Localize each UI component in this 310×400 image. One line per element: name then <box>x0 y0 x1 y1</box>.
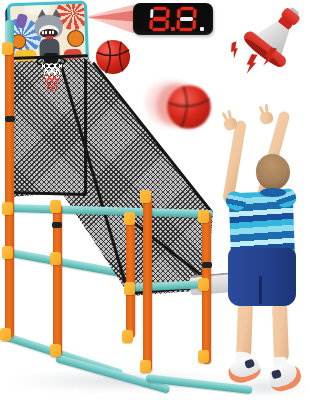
boy-leg-right <box>272 302 289 362</box>
net-strap <box>84 59 87 194</box>
frame-joint <box>50 344 61 357</box>
frame-joint <box>124 282 135 295</box>
frame-pole <box>5 46 14 338</box>
boy-shorts <box>228 248 296 306</box>
hoop-net-red <box>42 75 62 91</box>
boy-leg-left <box>236 302 253 358</box>
frame-pole <box>126 220 135 338</box>
scoreboard-digit <box>176 7 196 31</box>
frame-joint <box>124 212 135 225</box>
frame-joint <box>198 350 209 363</box>
scoreboard-digit <box>149 7 169 31</box>
boy-shoe-right <box>266 360 304 394</box>
boy-finger <box>265 104 269 112</box>
boy-finger <box>259 106 265 115</box>
art-wolf-teeth <box>42 31 56 34</box>
pole-clip <box>52 222 62 228</box>
frame-joint <box>50 252 61 265</box>
boy-shoe-left <box>225 353 263 386</box>
shoe-lace-detail <box>244 358 255 369</box>
frame-joint <box>0 328 11 341</box>
frame-pole <box>143 194 152 372</box>
shoe-lace-detail <box>271 369 282 379</box>
frame-joint <box>122 330 133 343</box>
hoop-net <box>40 64 64 91</box>
frame-joint <box>2 246 13 259</box>
pole-clip <box>202 262 212 268</box>
boy-shooting <box>216 106 310 396</box>
frame-joint <box>140 360 151 373</box>
basketball-svg <box>95 39 131 75</box>
product-photo-stage: 8.8. <box>0 0 310 400</box>
basketball-in-flight <box>166 84 212 130</box>
boy-shirt-collar <box>260 188 286 197</box>
frame-joint <box>2 42 13 55</box>
boy-finger <box>227 110 232 118</box>
frame-joint <box>198 210 209 223</box>
frame-joint <box>140 190 151 203</box>
megaphone-icon <box>238 2 308 76</box>
frame-joint <box>198 278 209 291</box>
art-basketball <box>67 30 85 48</box>
frame-joint <box>2 202 13 215</box>
scoreboard-dot <box>171 27 175 31</box>
boy-head <box>256 154 290 190</box>
frame-joint <box>50 200 61 213</box>
basketball-svg <box>166 84 212 130</box>
scoreboard: 8.8. <box>133 3 213 35</box>
basketball-near-hoop <box>95 39 131 75</box>
scoreboard-dot <box>200 27 204 31</box>
pole-clip <box>5 116 15 122</box>
